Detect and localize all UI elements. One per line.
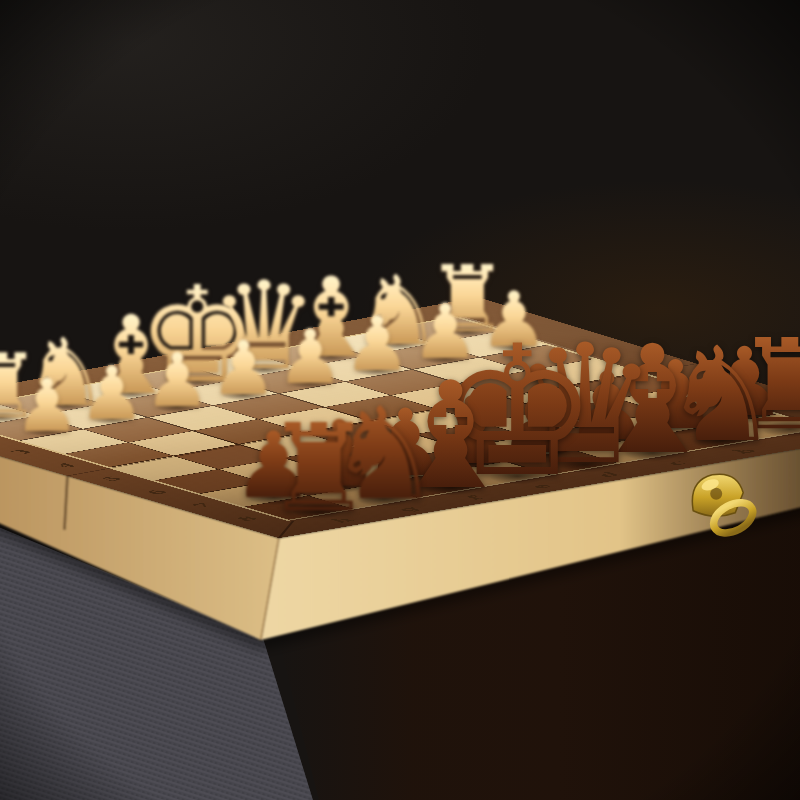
rank-label-5: 5 [96, 475, 127, 482]
piece-white-pawn-h2[interactable]: ♟ [14, 369, 80, 443]
rank-label-6: 6 [141, 488, 172, 495]
chess-set-scene: hgfedcba12345678 ♜♞♟♝♟♛♟♚♟♝♟♞♟♟♜♟♟♜♟♟♞♟♝… [0, 0, 800, 800]
piece-white-pawn-f2[interactable]: ♟ [144, 345, 211, 419]
piece-white-pawn-e2[interactable]: ♟ [210, 332, 277, 407]
rank-label-4: 4 [51, 462, 82, 469]
piece-black-rook-h8[interactable]: ♜ [265, 409, 373, 530]
rank-label-3: 3 [5, 448, 36, 455]
rank-label-7: 7 [186, 502, 217, 509]
piece-white-pawn-g2[interactable]: ♟ [79, 357, 145, 431]
